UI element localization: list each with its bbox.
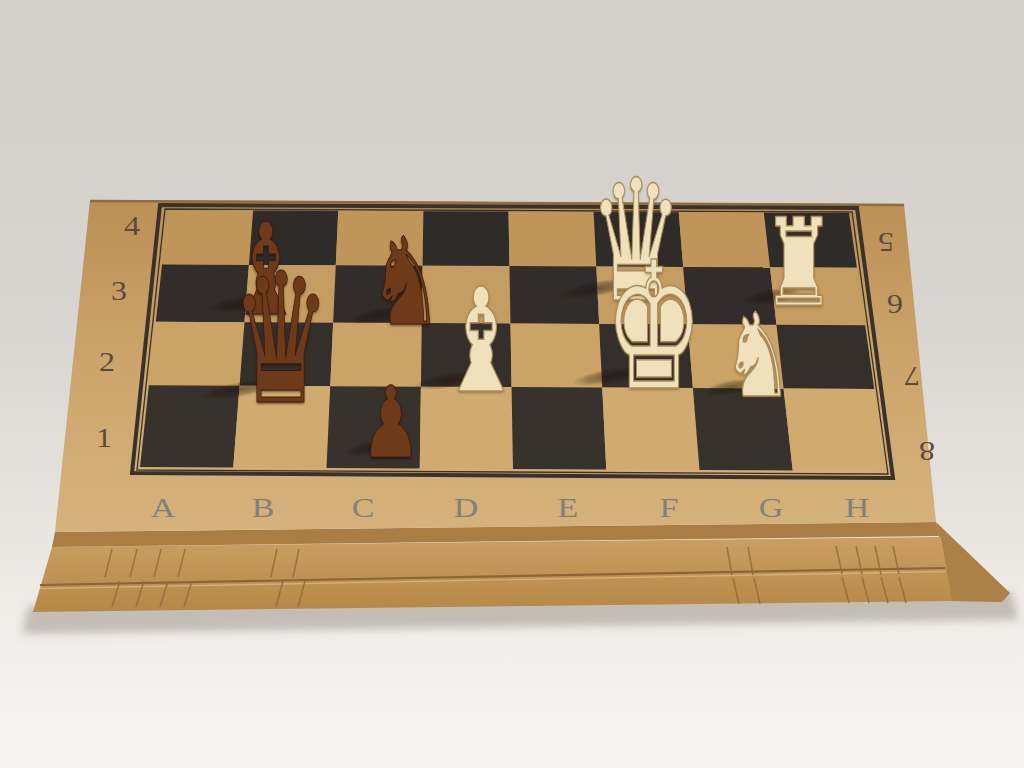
rank-label-left-4: 4 [124, 211, 140, 240]
square-g2 [688, 324, 784, 388]
square-c4 [336, 211, 424, 266]
square-d3 [422, 266, 511, 324]
rank-label-right-7: 7 [904, 362, 920, 391]
square-d1 [420, 387, 513, 469]
square-g1 [693, 388, 793, 470]
square-f1 [602, 388, 699, 470]
square-e3 [509, 266, 599, 324]
rank-label-right-5: 5 [878, 228, 894, 257]
file-label-G: G [759, 494, 784, 524]
file-label-D: D [454, 494, 479, 524]
square-g4 [679, 212, 770, 267]
rank-label-right-6: 6 [887, 290, 903, 319]
file-label-B: B [252, 494, 275, 524]
file-label-A: A [151, 494, 176, 524]
square-c2 [330, 323, 422, 387]
square-a4 [162, 210, 253, 265]
square-h1 [784, 388, 886, 471]
square-b4 [249, 210, 338, 265]
square-d4 [423, 211, 510, 266]
square-d2 [421, 323, 512, 387]
rank-label-left-2: 2 [99, 347, 115, 376]
square-f4 [594, 212, 684, 267]
square-b3 [244, 265, 335, 323]
square-b1 [233, 386, 330, 468]
square-h4 [764, 213, 857, 268]
file-label-C: C [352, 494, 375, 524]
square-a2 [149, 322, 245, 386]
square-b2 [240, 322, 334, 386]
square-e4 [509, 212, 597, 267]
square-f3 [596, 266, 687, 324]
chess-box-photo-scene: ABCDEFGH43215678 ♝♞♛♜♛♝♚♞♟ [0, 0, 1024, 768]
rank-label-right-8: 8 [919, 437, 935, 466]
square-a3 [156, 264, 249, 322]
rank-label-left-3: 3 [111, 276, 127, 305]
file-label-F: F [660, 494, 679, 524]
square-e2 [510, 324, 602, 388]
square-e1 [512, 387, 607, 469]
chess-board: ABCDEFGH43215678 [0, 0, 1024, 768]
square-g3 [683, 267, 776, 325]
square-c1 [327, 386, 421, 468]
square-h3 [770, 267, 865, 325]
file-label-H: H [845, 494, 870, 524]
square-f2 [599, 324, 693, 388]
square-c3 [333, 265, 422, 323]
square-a1 [140, 385, 240, 467]
square-h2 [776, 325, 874, 389]
rank-label-left-1: 1 [96, 423, 112, 452]
file-label-E: E [558, 494, 579, 524]
